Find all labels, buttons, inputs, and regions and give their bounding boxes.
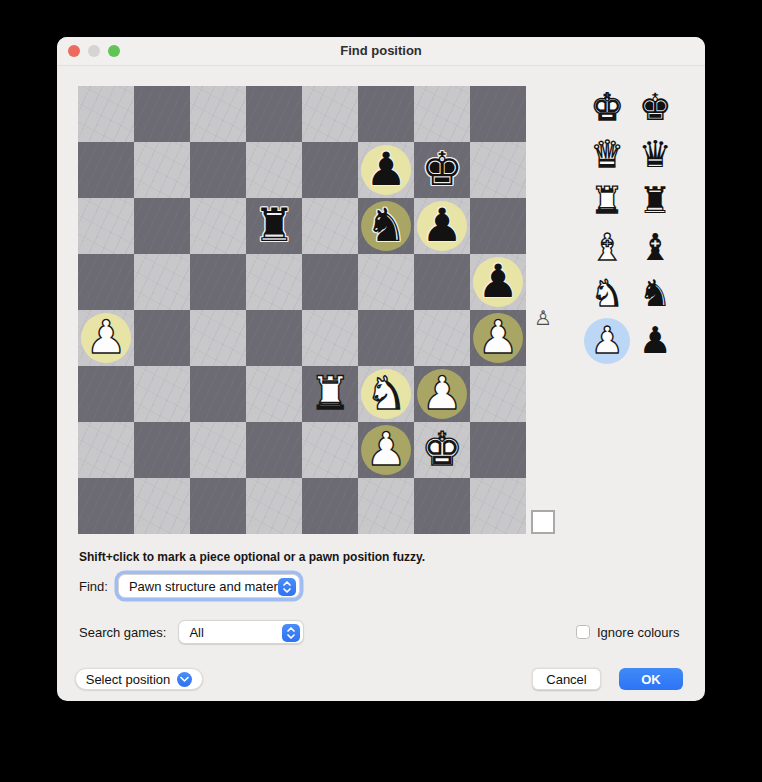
window-title: Find position: [57, 37, 705, 65]
square-f6[interactable]: ♞: [358, 198, 414, 254]
palette-bn[interactable]: ♞: [631, 271, 679, 318]
square-e6[interactable]: [302, 198, 358, 254]
piece-wp: ♟: [470, 310, 526, 366]
palette-piece-wq-icon: ♛: [583, 132, 631, 179]
palette-piece-wb-icon: ♝: [583, 225, 631, 272]
square-a1[interactable]: [78, 478, 134, 534]
chess-board: ♟♚♜♞♟♟♟♟♜♞♟♟♚: [78, 86, 526, 534]
square-d7[interactable]: [246, 142, 302, 198]
palette-wr[interactable]: ♜: [583, 178, 631, 225]
piece-wp: ♟: [414, 366, 470, 422]
square-a4[interactable]: ♟: [78, 310, 134, 366]
square-f7[interactable]: ♟: [358, 142, 414, 198]
find-dropdown-value: Pawn structure and material: [129, 579, 291, 594]
square-c7[interactable]: [190, 142, 246, 198]
palette-piece-wp-icon: ♟: [583, 318, 631, 365]
square-b2[interactable]: [134, 422, 190, 478]
square-g5[interactable]: [414, 254, 470, 310]
palette-piece-bq-icon: ♛: [631, 132, 679, 179]
square-d2[interactable]: [246, 422, 302, 478]
square-f3[interactable]: ♞: [358, 366, 414, 422]
square-a3[interactable]: [78, 366, 134, 422]
piece-bp: ♟: [414, 198, 470, 254]
find-position-dialog: Find position ♟♚♜♞♟♟♟♟♜♞♟♟♚ ♚♚♛♛♜♜♝♝♞♞♟♟…: [57, 37, 705, 701]
palette-bq[interactable]: ♛: [631, 132, 679, 179]
square-c4[interactable]: [190, 310, 246, 366]
ok-button[interactable]: OK: [619, 668, 683, 690]
palette-piece-bb-icon: ♝: [631, 225, 679, 272]
palette-piece-wn-icon: ♞: [583, 271, 631, 318]
search-games-label: Search games:: [79, 625, 166, 640]
palette-piece-bk-icon: ♚: [631, 85, 679, 132]
square-e4[interactable]: [302, 310, 358, 366]
palette-piece-wk-icon: ♚: [583, 85, 631, 132]
chevron-down-icon: [177, 672, 192, 687]
cancel-button[interactable]: Cancel: [532, 668, 601, 690]
select-position-button[interactable]: Select position: [75, 668, 203, 690]
square-f1[interactable]: [358, 478, 414, 534]
square-h7[interactable]: [470, 142, 526, 198]
square-h5[interactable]: ♟: [470, 254, 526, 310]
palette-piece-bn-icon: ♞: [631, 271, 679, 318]
square-b7[interactable]: [134, 142, 190, 198]
piece-br: ♜: [246, 198, 302, 254]
square-b1[interactable]: [134, 478, 190, 534]
search-games-dropdown[interactable]: All: [178, 620, 304, 644]
palette-br[interactable]: ♜: [631, 178, 679, 225]
square-c3[interactable]: [190, 366, 246, 422]
square-d5[interactable]: [246, 254, 302, 310]
piece-wn: ♞: [358, 366, 414, 422]
piece-bn: ♞: [358, 198, 414, 254]
palette-wb[interactable]: ♝: [583, 225, 631, 272]
square-h2[interactable]: [470, 422, 526, 478]
square-d8[interactable]: [246, 86, 302, 142]
palette-bp[interactable]: ♟: [631, 318, 679, 365]
square-b6[interactable]: [134, 198, 190, 254]
square-f8[interactable]: [358, 86, 414, 142]
square-d3[interactable]: [246, 366, 302, 422]
square-d6[interactable]: ♜: [246, 198, 302, 254]
square-a7[interactable]: [78, 142, 134, 198]
square-e5[interactable]: [302, 254, 358, 310]
palette-wq[interactable]: ♛: [583, 132, 631, 179]
ignore-colours-label: Ignore colours: [597, 625, 679, 640]
find-dropdown[interactable]: Pawn structure and material: [118, 574, 300, 598]
piece-wk: ♚: [414, 422, 470, 478]
square-g3[interactable]: ♟: [414, 366, 470, 422]
palette-piece-bp-icon: ♟: [631, 318, 679, 365]
square-a5[interactable]: [78, 254, 134, 310]
select-position-label: Select position: [86, 672, 171, 687]
drag-piece-indicator-pawn-icon: ♙: [532, 305, 554, 331]
piece-wp: ♟: [358, 422, 414, 478]
square-e3[interactable]: ♜: [302, 366, 358, 422]
help-text: Shift+click to mark a piece optional or …: [79, 550, 425, 564]
square-d1[interactable]: [246, 478, 302, 534]
square-c5[interactable]: [190, 254, 246, 310]
square-b5[interactable]: [134, 254, 190, 310]
palette-bk[interactable]: ♚: [631, 85, 679, 132]
piece-bk: ♚: [414, 142, 470, 198]
square-e1[interactable]: [302, 478, 358, 534]
square-f4[interactable]: [358, 310, 414, 366]
square-g6[interactable]: ♟: [414, 198, 470, 254]
square-f5[interactable]: [358, 254, 414, 310]
palette-bb[interactable]: ♝: [631, 225, 679, 272]
piece-wr: ♜: [302, 366, 358, 422]
updown-stepper-icon: [278, 578, 296, 596]
piece-palette: ♚♚♛♛♜♜♝♝♞♞♟♟: [583, 85, 679, 365]
square-b3[interactable]: [134, 366, 190, 422]
title-bar: Find position: [57, 37, 705, 66]
piece-bp: ♟: [470, 254, 526, 310]
square-g4[interactable]: [414, 310, 470, 366]
square-c2[interactable]: [190, 422, 246, 478]
square-g7[interactable]: ♚: [414, 142, 470, 198]
palette-wp[interactable]: ♟: [583, 318, 631, 365]
square-f2[interactable]: ♟: [358, 422, 414, 478]
palette-wk[interactable]: ♚: [583, 85, 631, 132]
square-a8[interactable]: [78, 86, 134, 142]
palette-wn[interactable]: ♞: [583, 271, 631, 318]
square-e7[interactable]: [302, 142, 358, 198]
square-g2[interactable]: ♚: [414, 422, 470, 478]
palette-piece-br-icon: ♜: [631, 178, 679, 225]
square-h6[interactable]: [470, 198, 526, 254]
updown-stepper-icon: [282, 624, 300, 642]
square-a2[interactable]: [78, 422, 134, 478]
piece-wp: ♟: [78, 310, 134, 366]
ignore-colours-checkbox[interactable]: [576, 625, 590, 639]
palette-piece-wr-icon: ♜: [583, 178, 631, 225]
search-games-dropdown-value: All: [189, 625, 203, 640]
square-h4[interactable]: ♟: [470, 310, 526, 366]
square-c6[interactable]: [190, 198, 246, 254]
square-h3[interactable]: [470, 366, 526, 422]
find-label: Find:: [79, 579, 108, 594]
square-c1[interactable]: [190, 478, 246, 534]
square-b4[interactable]: [134, 310, 190, 366]
square-c8[interactable]: [190, 86, 246, 142]
square-h1[interactable]: [470, 478, 526, 534]
piece-bp: ♟: [358, 142, 414, 198]
square-a6[interactable]: [78, 198, 134, 254]
square-h8[interactable]: [470, 86, 526, 142]
square-d4[interactable]: [246, 310, 302, 366]
square-e2[interactable]: [302, 422, 358, 478]
square-g1[interactable]: [414, 478, 470, 534]
empty-square-selector[interactable]: [531, 510, 555, 534]
square-b8[interactable]: [134, 86, 190, 142]
square-e8[interactable]: [302, 86, 358, 142]
square-g8[interactable]: [414, 86, 470, 142]
